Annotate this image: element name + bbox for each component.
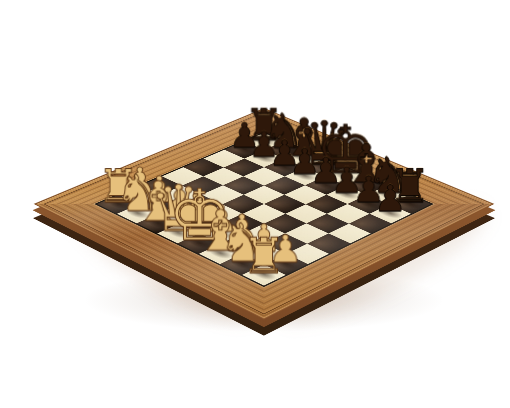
black-pawn-icon: ♟: [374, 181, 407, 217]
white-rook-icon: ♜: [242, 231, 286, 280]
chessboard-photo: ♜♞♝♛♚♝♞♜♟♟♟♟♟♟♟♟♟♟♟♟♟♟♟♟♜♞♝♛♚♝♞♜: [0, 0, 510, 408]
